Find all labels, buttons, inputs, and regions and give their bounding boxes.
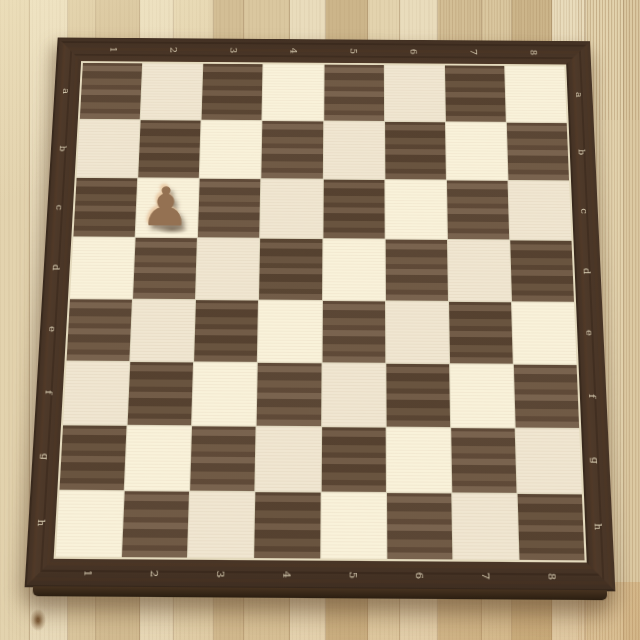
square-b3[interactable] [200,121,262,179]
board-grid: ♟ [56,63,585,560]
square-f1[interactable] [63,361,129,424]
square-c4[interactable] [261,179,323,238]
square-e5[interactable] [322,301,385,363]
square-f7[interactable] [450,364,515,427]
square-h2[interactable] [122,491,189,557]
square-a5[interactable] [324,65,384,121]
square-f6[interactable] [386,363,450,426]
square-g5[interactable] [321,427,385,492]
square-b5[interactable] [323,122,384,180]
square-f2[interactable] [128,362,194,425]
square-g1[interactable] [60,425,127,490]
square-a2[interactable] [141,63,203,119]
square-d6[interactable] [385,240,447,300]
square-b4[interactable] [262,121,323,179]
square-d7[interactable] [448,240,511,300]
square-a6[interactable] [384,65,444,121]
square-c8[interactable] [508,181,571,240]
square-h6[interactable] [387,493,453,560]
square-e6[interactable] [386,301,449,363]
square-f8[interactable] [514,364,579,427]
square-h4[interactable] [254,492,320,558]
square-d1[interactable] [70,238,135,298]
square-h5[interactable] [321,492,386,558]
chess-board: 12345678 12345678 abcdefgh abcdefgh ♟ [25,37,616,591]
square-c3[interactable] [198,179,261,238]
square-c2[interactable]: ♟ [136,179,199,238]
square-h1[interactable] [56,491,124,557]
square-h7[interactable] [452,493,518,560]
square-d3[interactable] [196,239,259,299]
square-g7[interactable] [451,428,516,493]
square-b7[interactable] [446,122,508,180]
white-pawn[interactable]: ♟ [140,181,191,235]
floor-knot [28,606,48,634]
square-e1[interactable] [67,299,132,361]
square-h8[interactable] [517,494,584,561]
square-e3[interactable] [194,300,258,362]
square-e4[interactable] [258,300,321,362]
square-c7[interactable] [447,181,509,240]
square-c6[interactable] [385,180,447,239]
square-g2[interactable] [125,426,191,491]
square-b6[interactable] [385,122,446,180]
square-b2[interactable] [138,120,200,178]
square-d5[interactable] [323,239,385,299]
square-f5[interactable] [322,363,386,426]
coordinates-top: 12345678 [83,38,564,65]
square-f4[interactable] [257,363,321,426]
square-d4[interactable] [259,239,322,299]
square-a1[interactable] [80,63,142,119]
square-f3[interactable] [192,362,257,425]
square-b8[interactable] [507,123,569,181]
square-h3[interactable] [188,492,254,558]
square-d8[interactable] [510,241,574,301]
square-g8[interactable] [516,428,582,493]
square-a8[interactable] [505,66,567,122]
square-e2[interactable] [130,299,195,361]
square-g6[interactable] [386,427,451,492]
square-a3[interactable] [202,64,263,120]
square-e7[interactable] [449,301,513,363]
square-c5[interactable] [323,180,384,239]
square-c1[interactable] [73,178,137,237]
square-g3[interactable] [190,426,256,491]
square-a7[interactable] [445,65,506,121]
square-e8[interactable] [512,302,577,364]
square-g4[interactable] [256,426,321,491]
square-a4[interactable] [263,64,323,120]
playing-field: ♟ [54,61,587,562]
square-b1[interactable] [77,120,140,178]
square-d2[interactable] [133,238,197,298]
